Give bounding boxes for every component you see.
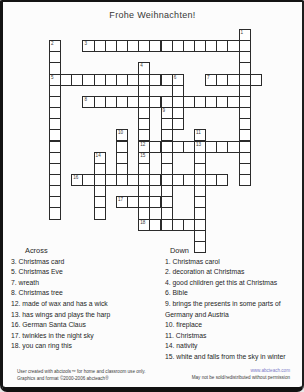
clue-number: 4 xyxy=(140,63,143,68)
clue-number: 7 xyxy=(207,75,210,80)
clue-number: 16 xyxy=(73,175,78,180)
footer-permission: May not be sold/redistributed without pe… xyxy=(192,375,290,380)
clue-item: 3. Christmas card xyxy=(11,257,161,268)
clue-number: 14 xyxy=(96,153,101,158)
grid-cell[interactable] xyxy=(49,62,61,74)
clue-item: 8. Christmas tree xyxy=(11,288,161,299)
grid-cell[interactable] xyxy=(161,207,173,219)
clue-item: 18. you can ring this xyxy=(11,341,161,352)
grid-cell[interactable] xyxy=(94,163,106,175)
clue-number: 2 xyxy=(51,41,54,46)
grid-cell[interactable] xyxy=(138,85,150,97)
clue-number: 12 xyxy=(140,142,145,147)
clue-item: 13. has wings and plays the harp xyxy=(11,310,161,321)
clue-item: 1. Christmas carol xyxy=(165,257,302,268)
clue-item: 15. white and falls from the sky in wint… xyxy=(165,352,302,363)
grid-cell[interactable] xyxy=(138,207,150,219)
grid-cell[interactable] xyxy=(49,207,61,219)
clue-item: 16. German Santa Claus xyxy=(11,320,161,331)
grid-cell[interactable] xyxy=(138,129,150,141)
clue-number: 10 xyxy=(118,130,123,135)
clue-item: 6. Bible xyxy=(165,288,302,299)
clue-item: 9. brings the presents in some parts of … xyxy=(165,299,302,320)
grid-cell[interactable] xyxy=(194,163,206,175)
clue-number: 18 xyxy=(140,220,145,225)
grid-cell[interactable] xyxy=(138,185,150,197)
grid-cell[interactable] xyxy=(161,185,173,197)
clue-item: 5. Christmas Eve xyxy=(11,267,161,278)
down-items: 1. Christmas carol2. decoration at Chris… xyxy=(165,257,302,363)
clue-number: 3 xyxy=(84,41,87,46)
grid-cell[interactable] xyxy=(138,163,150,175)
clue-item: 14. nativity xyxy=(165,341,302,352)
clue-number: 6 xyxy=(174,75,177,80)
grid-cell[interactable] xyxy=(172,118,184,130)
across-items: 3. Christmas card5. Christmas Eve7. wrea… xyxy=(11,257,161,352)
grid-cell[interactable] xyxy=(194,207,206,219)
across-header: Across xyxy=(11,246,161,257)
clue-item: 10. fireplace xyxy=(165,320,302,331)
footer-rights: www.abcteach.com May not be sold/redistr… xyxy=(192,367,290,381)
clue-number: 15 xyxy=(140,153,145,158)
grid-cell[interactable] xyxy=(250,74,262,86)
grid-cell[interactable] xyxy=(161,163,173,175)
clue-number: 13 xyxy=(196,142,201,147)
abcteach-link[interactable]: www.abcteach.com xyxy=(192,367,290,374)
clue-item: 12. made of wax and has a wick xyxy=(11,299,161,310)
clue-number: 8 xyxy=(84,97,87,102)
clue-number: 5 xyxy=(51,75,54,80)
clue-number: 1 xyxy=(241,30,244,35)
across-clue-list: Across 3. Christmas card5. Christmas Eve… xyxy=(11,246,161,352)
grid-cell[interactable] xyxy=(216,174,228,186)
grid-cell[interactable] xyxy=(239,62,251,74)
clue-number: 9 xyxy=(163,108,166,113)
footer-line2: Graphics and format ©2000-2006 abcteach® xyxy=(17,375,146,382)
grid-cell[interactable] xyxy=(161,129,173,141)
down-header: Down xyxy=(165,246,302,257)
clue-item: 2. decoration at Christmas xyxy=(165,267,302,278)
clue-number: 11 xyxy=(196,130,201,135)
clue-item: 11. Christmas xyxy=(165,331,302,342)
grid-cell[interactable] xyxy=(94,207,106,219)
grid-cell[interactable] xyxy=(116,163,128,175)
footer-copyright: User created with abctools™ for home and… xyxy=(17,368,146,382)
grid-cell[interactable] xyxy=(172,85,184,97)
grid-cell[interactable] xyxy=(239,174,251,186)
clue-item: 4. good children get this at Christmas xyxy=(165,278,302,289)
down-clue-list: Down 1. Christmas carol2. decoration at … xyxy=(165,246,302,363)
clue-number: 17 xyxy=(118,197,123,202)
crossword-grid: 357812131617181241569101114 xyxy=(49,29,261,252)
clue-item: 7. wreath xyxy=(11,278,161,289)
worksheet-page: Frohe Weihnachten! 357812131617181241569… xyxy=(0,0,304,392)
grid-cell[interactable]: 11 xyxy=(194,129,206,141)
grid-cell[interactable]: 4 xyxy=(138,62,150,74)
grid-cell[interactable] xyxy=(239,129,251,141)
grid-cell[interactable]: 1 xyxy=(239,29,251,41)
clue-item: 17. twinkles in the night sky xyxy=(11,331,161,342)
page-title: Frohe Weihnachten! xyxy=(3,10,302,20)
footer-line1: User created with abctools™ for home and… xyxy=(17,368,146,375)
